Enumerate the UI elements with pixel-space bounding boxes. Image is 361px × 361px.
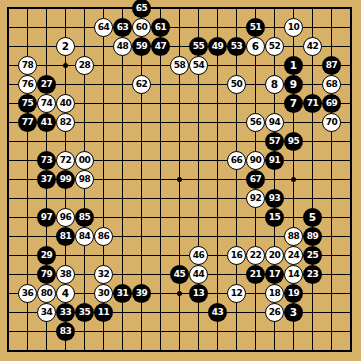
stone-white-18[interactable]: 18 xyxy=(265,284,284,303)
stone-white-80[interactable]: 80 xyxy=(37,284,56,303)
stone-white-38[interactable]: 38 xyxy=(56,265,75,284)
stone-white-22[interactable]: 22 xyxy=(246,246,265,265)
stone-black-59[interactable]: 59 xyxy=(132,37,151,56)
stone-black-45[interactable]: 45 xyxy=(170,265,189,284)
stone-black-17[interactable]: 17 xyxy=(265,265,284,284)
stone-black-5[interactable]: 5 xyxy=(303,208,322,227)
stone-white-88[interactable]: 88 xyxy=(284,227,303,246)
stone-white-68[interactable]: 68 xyxy=(322,75,341,94)
stone-black-29[interactable]: 29 xyxy=(37,246,56,265)
stone-white-6[interactable]: 6 xyxy=(246,37,265,56)
stone-white-94[interactable]: 94 xyxy=(265,113,284,132)
stone-black-83[interactable]: 83 xyxy=(56,322,75,341)
stone-black-41[interactable]: 41 xyxy=(37,113,56,132)
stone-white-84[interactable]: 84 xyxy=(75,227,94,246)
stone-white-8[interactable]: 8 xyxy=(265,75,284,94)
stone-black-11[interactable]: 11 xyxy=(94,303,113,322)
stone-black-99[interactable]: 99 xyxy=(56,170,75,189)
stone-black-85[interactable]: 85 xyxy=(75,208,94,227)
stone-white-70[interactable]: 70 xyxy=(322,113,341,132)
stone-black-31[interactable]: 31 xyxy=(113,284,132,303)
board-intersections[interactable]: 1234567891011121314151617181920212223242… xyxy=(0,0,360,360)
star-point xyxy=(291,177,296,182)
stone-black-65[interactable]: 65 xyxy=(132,0,151,18)
stone-black-61[interactable]: 61 xyxy=(151,18,170,37)
go-board-diagram: 1234567891011121314151617181920212223242… xyxy=(0,0,361,361)
stone-white-100[interactable]: 00 xyxy=(75,151,94,170)
stone-black-73[interactable]: 73 xyxy=(37,151,56,170)
stone-white-4[interactable]: 4 xyxy=(56,284,75,303)
stone-white-30[interactable]: 30 xyxy=(94,284,113,303)
stone-white-56[interactable]: 56 xyxy=(246,113,265,132)
stone-white-34[interactable]: 34 xyxy=(37,303,56,322)
stone-white-46[interactable]: 46 xyxy=(189,246,208,265)
stone-white-44[interactable]: 44 xyxy=(189,265,208,284)
stone-black-13[interactable]: 13 xyxy=(189,284,208,303)
stone-white-26[interactable]: 26 xyxy=(265,303,284,322)
stone-black-47[interactable]: 47 xyxy=(151,37,170,56)
star-point xyxy=(177,177,182,182)
stone-white-64[interactable]: 64 xyxy=(94,18,113,37)
stone-black-79[interactable]: 79 xyxy=(37,265,56,284)
stone-white-2[interactable]: 2 xyxy=(56,37,75,56)
stone-black-21[interactable]: 21 xyxy=(246,265,265,284)
star-point xyxy=(63,63,68,68)
stone-black-95[interactable]: 95 xyxy=(284,132,303,151)
stone-white-98[interactable]: 98 xyxy=(75,170,94,189)
stone-white-40[interactable]: 40 xyxy=(56,94,75,113)
stone-white-66[interactable]: 66 xyxy=(227,151,246,170)
stone-black-43[interactable]: 43 xyxy=(208,303,227,322)
stone-black-57[interactable]: 57 xyxy=(265,132,284,151)
stone-white-60[interactable]: 60 xyxy=(132,18,151,37)
stone-black-15[interactable]: 15 xyxy=(265,208,284,227)
stone-black-49[interactable]: 49 xyxy=(208,37,227,56)
stone-black-25[interactable]: 25 xyxy=(303,246,322,265)
star-point xyxy=(177,291,182,296)
stone-black-51[interactable]: 51 xyxy=(246,18,265,37)
stone-white-50[interactable]: 50 xyxy=(227,75,246,94)
stone-black-89[interactable]: 89 xyxy=(303,227,322,246)
stone-black-3[interactable]: 3 xyxy=(284,303,303,322)
stone-black-75[interactable]: 75 xyxy=(18,94,37,113)
stone-white-14[interactable]: 14 xyxy=(284,265,303,284)
stone-black-53[interactable]: 53 xyxy=(227,37,246,56)
stone-black-1[interactable]: 1 xyxy=(284,56,303,75)
stone-black-77[interactable]: 77 xyxy=(18,113,37,132)
stone-black-71[interactable]: 71 xyxy=(303,94,322,113)
stone-black-39[interactable]: 39 xyxy=(132,284,151,303)
stone-white-36[interactable]: 36 xyxy=(18,284,37,303)
stone-white-52[interactable]: 52 xyxy=(265,37,284,56)
stone-black-55[interactable]: 55 xyxy=(189,37,208,56)
stone-black-37[interactable]: 37 xyxy=(37,170,56,189)
stone-white-28[interactable]: 28 xyxy=(75,56,94,75)
stone-white-16[interactable]: 16 xyxy=(227,246,246,265)
stone-white-76[interactable]: 76 xyxy=(18,75,37,94)
stone-black-9[interactable]: 9 xyxy=(284,75,303,94)
stone-white-24[interactable]: 24 xyxy=(284,246,303,265)
stone-white-58[interactable]: 58 xyxy=(170,56,189,75)
stone-black-27[interactable]: 27 xyxy=(37,75,56,94)
stone-white-12[interactable]: 12 xyxy=(227,284,246,303)
stone-black-19[interactable]: 19 xyxy=(284,284,303,303)
stone-white-42[interactable]: 42 xyxy=(303,37,322,56)
stone-black-7[interactable]: 7 xyxy=(284,94,303,113)
stone-black-91[interactable]: 91 xyxy=(265,151,284,170)
stone-white-32[interactable]: 32 xyxy=(94,265,113,284)
stone-black-67[interactable]: 67 xyxy=(246,170,265,189)
stone-white-54[interactable]: 54 xyxy=(189,56,208,75)
stone-black-33[interactable]: 33 xyxy=(56,303,75,322)
stone-white-82[interactable]: 82 xyxy=(56,113,75,132)
stone-white-72[interactable]: 72 xyxy=(56,151,75,170)
stone-white-62[interactable]: 62 xyxy=(132,75,151,94)
stone-white-86[interactable]: 86 xyxy=(94,227,113,246)
stone-black-97[interactable]: 97 xyxy=(37,208,56,227)
stone-black-93[interactable]: 93 xyxy=(265,189,284,208)
stone-black-23[interactable]: 23 xyxy=(303,265,322,284)
stone-white-96[interactable]: 96 xyxy=(56,208,75,227)
stone-white-10[interactable]: 10 xyxy=(284,18,303,37)
stone-black-35[interactable]: 35 xyxy=(75,303,94,322)
stone-white-74[interactable]: 74 xyxy=(37,94,56,113)
stone-black-81[interactable]: 81 xyxy=(56,227,75,246)
stone-black-87[interactable]: 87 xyxy=(322,56,341,75)
stone-white-20[interactable]: 20 xyxy=(265,246,284,265)
stone-white-78[interactable]: 78 xyxy=(18,56,37,75)
stone-white-48[interactable]: 48 xyxy=(113,37,132,56)
stone-black-63[interactable]: 63 xyxy=(113,18,132,37)
stone-white-92[interactable]: 92 xyxy=(246,189,265,208)
stone-black-69[interactable]: 69 xyxy=(322,94,341,113)
stone-white-90[interactable]: 90 xyxy=(246,151,265,170)
